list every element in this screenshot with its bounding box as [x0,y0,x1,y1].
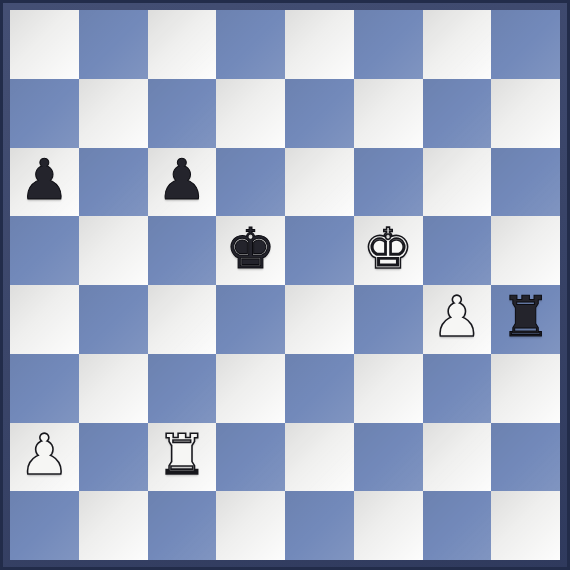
square-d7[interactable] [216,79,285,148]
square-e1[interactable] [285,491,354,560]
white-king-piece[interactable]: ♚ [363,221,413,277]
square-a8[interactable] [10,10,79,79]
square-e6[interactable] [285,148,354,217]
square-d2[interactable] [216,423,285,492]
square-g3[interactable] [423,354,492,423]
square-a2[interactable]: ♟ [10,423,79,492]
square-b3[interactable] [79,354,148,423]
square-e8[interactable] [285,10,354,79]
square-a7[interactable] [10,79,79,148]
square-b7[interactable] [79,79,148,148]
square-c2[interactable]: ♜ [148,423,217,492]
square-h3[interactable] [491,354,560,423]
square-h5[interactable] [491,216,560,285]
black-rook-piece[interactable]: ♜ [501,289,551,345]
square-a3[interactable] [10,354,79,423]
square-f5[interactable]: ♚ [354,216,423,285]
square-b4[interactable] [79,285,148,354]
square-d6[interactable] [216,148,285,217]
square-g6[interactable] [423,148,492,217]
square-b6[interactable] [79,148,148,217]
square-c5[interactable] [148,216,217,285]
square-c4[interactable] [148,285,217,354]
square-b2[interactable] [79,423,148,492]
square-d3[interactable] [216,354,285,423]
square-e2[interactable] [285,423,354,492]
chess-board: ♟♟♚♚♟♜♟♜ [10,10,560,560]
square-g2[interactable] [423,423,492,492]
white-rook-piece[interactable]: ♜ [157,427,207,483]
square-f3[interactable] [354,354,423,423]
white-pawn-piece[interactable]: ♟ [19,427,69,483]
square-f6[interactable] [354,148,423,217]
square-c8[interactable] [148,10,217,79]
black-king-piece[interactable]: ♚ [226,221,276,277]
square-b1[interactable] [79,491,148,560]
square-h1[interactable] [491,491,560,560]
square-g1[interactable] [423,491,492,560]
square-c7[interactable] [148,79,217,148]
square-g5[interactable] [423,216,492,285]
square-f4[interactable] [354,285,423,354]
board-frame: ♟♟♚♚♟♜♟♜ [0,0,570,570]
square-d5[interactable]: ♚ [216,216,285,285]
square-e3[interactable] [285,354,354,423]
square-f7[interactable] [354,79,423,148]
square-h4[interactable]: ♜ [491,285,560,354]
square-e4[interactable] [285,285,354,354]
square-a6[interactable]: ♟ [10,148,79,217]
square-c1[interactable] [148,491,217,560]
white-pawn-piece[interactable]: ♟ [432,289,482,345]
square-d8[interactable] [216,10,285,79]
square-e7[interactable] [285,79,354,148]
square-f8[interactable] [354,10,423,79]
square-a4[interactable] [10,285,79,354]
square-h7[interactable] [491,79,560,148]
square-h6[interactable] [491,148,560,217]
square-g8[interactable] [423,10,492,79]
square-c6[interactable]: ♟ [148,148,217,217]
square-d1[interactable] [216,491,285,560]
square-b5[interactable] [79,216,148,285]
square-a5[interactable] [10,216,79,285]
square-e5[interactable] [285,216,354,285]
square-f2[interactable] [354,423,423,492]
square-c3[interactable] [148,354,217,423]
square-f1[interactable] [354,491,423,560]
square-a1[interactable] [10,491,79,560]
square-g7[interactable] [423,79,492,148]
square-h8[interactable] [491,10,560,79]
square-g4[interactable]: ♟ [423,285,492,354]
square-d4[interactable] [216,285,285,354]
black-pawn-piece[interactable]: ♟ [157,152,207,208]
square-h2[interactable] [491,423,560,492]
black-pawn-piece[interactable]: ♟ [19,152,69,208]
square-b8[interactable] [79,10,148,79]
